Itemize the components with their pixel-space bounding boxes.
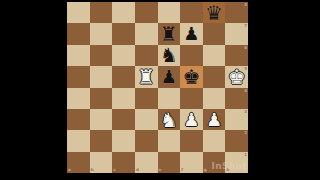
square-h2[interactable]: 2 xyxy=(225,130,248,151)
black-pawn[interactable]: ♟ xyxy=(161,67,177,85)
square-b1[interactable]: b xyxy=(90,152,113,173)
square-c5[interactable] xyxy=(112,66,135,87)
square-b4[interactable] xyxy=(90,88,113,109)
chess-board: ♛8♜♟7♞6♜♟♚5♚4♞♟♟32abcdefgh1 xyxy=(67,2,248,173)
video-frame: ♛8♜♟7♞6♜♟♚5♚4♞♟♟32abcdefgh1 InShot xyxy=(0,0,320,180)
square-g4[interactable] xyxy=(203,88,226,109)
black-pawn[interactable]: ♟ xyxy=(183,25,199,43)
square-g6[interactable] xyxy=(203,45,226,66)
square-h4[interactable]: 4 xyxy=(225,88,248,109)
square-f3[interactable]: ♟ xyxy=(180,109,203,130)
square-a1[interactable]: a xyxy=(67,152,90,173)
square-e2[interactable] xyxy=(158,130,181,151)
square-d4[interactable] xyxy=(135,88,158,109)
square-a6[interactable] xyxy=(67,45,90,66)
square-g8[interactable]: ♛ xyxy=(203,2,226,23)
rank-label-6: 6 xyxy=(244,46,247,50)
square-d6[interactable] xyxy=(135,45,158,66)
white-rook[interactable]: ♜ xyxy=(137,66,155,86)
black-knight[interactable]: ♞ xyxy=(160,45,178,65)
file-label-g: g xyxy=(204,168,207,172)
white-pawn[interactable]: ♟ xyxy=(206,110,222,128)
square-g5[interactable] xyxy=(203,66,226,87)
square-e6[interactable]: ♞ xyxy=(158,45,181,66)
square-b6[interactable] xyxy=(90,45,113,66)
file-label-f: f xyxy=(181,168,183,172)
square-a3[interactable] xyxy=(67,109,90,130)
square-f8[interactable] xyxy=(180,2,203,23)
square-d8[interactable] xyxy=(135,2,158,23)
square-f2[interactable] xyxy=(180,130,203,151)
square-e4[interactable] xyxy=(158,88,181,109)
square-c3[interactable] xyxy=(112,109,135,130)
square-a8[interactable] xyxy=(67,2,90,23)
square-f4[interactable] xyxy=(180,88,203,109)
square-e8[interactable] xyxy=(158,2,181,23)
square-b7[interactable] xyxy=(90,23,113,44)
rank-label-4: 4 xyxy=(244,89,247,93)
square-d1[interactable]: d xyxy=(135,152,158,173)
rank-label-2: 2 xyxy=(244,131,247,135)
square-c7[interactable] xyxy=(112,23,135,44)
square-e3[interactable]: ♞ xyxy=(158,109,181,130)
square-f1[interactable]: f xyxy=(180,152,203,173)
black-rook[interactable]: ♜ xyxy=(160,24,178,44)
file-label-e: e xyxy=(159,168,162,172)
square-g7[interactable] xyxy=(203,23,226,44)
square-b2[interactable] xyxy=(90,130,113,151)
rank-label-3: 3 xyxy=(244,110,247,114)
square-d5[interactable]: ♜ xyxy=(135,66,158,87)
square-e1[interactable]: e xyxy=(158,152,181,173)
white-king[interactable]: ♚ xyxy=(228,66,246,86)
square-b8[interactable] xyxy=(90,2,113,23)
square-f7[interactable]: ♟ xyxy=(180,23,203,44)
black-king[interactable]: ♚ xyxy=(182,66,200,86)
file-label-d: d xyxy=(136,168,139,172)
square-d2[interactable] xyxy=(135,130,158,151)
square-b3[interactable] xyxy=(90,109,113,130)
file-label-a: a xyxy=(68,168,71,172)
white-pawn[interactable]: ♟ xyxy=(183,110,199,128)
rank-label-8: 8 xyxy=(244,3,247,7)
black-queen[interactable]: ♛ xyxy=(205,2,223,22)
square-h5[interactable]: 5♚ xyxy=(225,66,248,87)
square-a2[interactable] xyxy=(67,130,90,151)
square-e7[interactable]: ♜ xyxy=(158,23,181,44)
square-h6[interactable]: 6 xyxy=(225,45,248,66)
square-g2[interactable] xyxy=(203,130,226,151)
file-label-c: c xyxy=(113,168,115,172)
inshot-watermark: InShot xyxy=(211,161,247,171)
white-knight[interactable]: ♞ xyxy=(160,109,178,129)
square-h3[interactable]: 3 xyxy=(225,109,248,130)
square-c8[interactable] xyxy=(112,2,135,23)
square-d3[interactable] xyxy=(135,109,158,130)
square-c1[interactable]: c xyxy=(112,152,135,173)
file-label-b: b xyxy=(91,168,94,172)
square-g3[interactable]: ♟ xyxy=(203,109,226,130)
square-h8[interactable]: 8 xyxy=(225,2,248,23)
square-a7[interactable] xyxy=(67,23,90,44)
square-e5[interactable]: ♟ xyxy=(158,66,181,87)
rank-label-7: 7 xyxy=(244,24,247,28)
square-c4[interactable] xyxy=(112,88,135,109)
square-b5[interactable] xyxy=(90,66,113,87)
rank-label-1: 1 xyxy=(244,153,247,157)
square-a4[interactable] xyxy=(67,88,90,109)
square-c6[interactable] xyxy=(112,45,135,66)
square-c2[interactable] xyxy=(112,130,135,151)
square-h7[interactable]: 7 xyxy=(225,23,248,44)
square-d7[interactable] xyxy=(135,23,158,44)
square-a5[interactable] xyxy=(67,66,90,87)
square-f5[interactable]: ♚ xyxy=(180,66,203,87)
square-f6[interactable] xyxy=(180,45,203,66)
